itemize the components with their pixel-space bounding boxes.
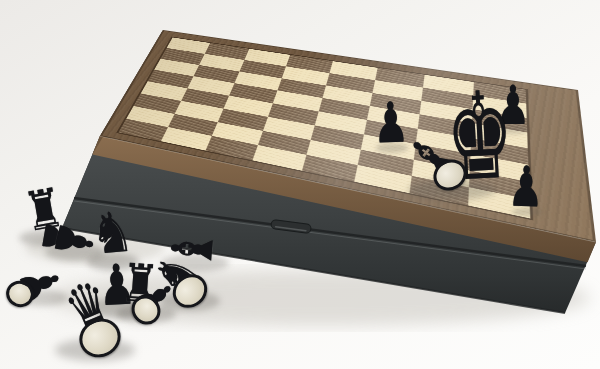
- chess-box-product-photo: ♟♟♚♝♟♜♟♟♝♞♟♞♟♜♟♛: [0, 0, 600, 369]
- black-pawn-h3: ♟: [507, 159, 545, 216]
